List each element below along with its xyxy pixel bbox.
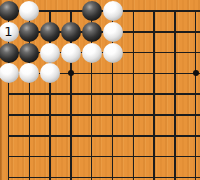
- white-stone: [0, 63, 19, 83]
- white-stone: [61, 43, 81, 63]
- black-stone: [40, 22, 60, 42]
- grid-line-horizontal: [8, 93, 200, 95]
- white-stone: 1: [0, 22, 19, 42]
- white-stone: [82, 43, 102, 63]
- white-stone: [103, 22, 123, 42]
- black-stone: [82, 1, 102, 21]
- black-stone: [19, 22, 39, 42]
- star-point: [193, 70, 199, 76]
- grid-line-horizontal: [8, 177, 200, 179]
- white-stone: [103, 43, 123, 63]
- black-stone: [0, 43, 19, 63]
- white-stone: [40, 63, 60, 83]
- white-stone: [19, 63, 39, 83]
- black-stone: [82, 22, 102, 42]
- grid-line-horizontal: [8, 114, 200, 116]
- grid-line-vertical: [133, 10, 135, 180]
- move-number-label: 1: [4, 25, 12, 38]
- grid-line-vertical: [195, 10, 197, 180]
- white-stone: [19, 1, 39, 21]
- go-board[interactable]: 1: [0, 0, 200, 180]
- black-stone: [19, 43, 39, 63]
- screenshot: 1: [0, 0, 200, 180]
- grid-line-horizontal: [8, 156, 200, 158]
- grid-line-vertical: [174, 10, 176, 180]
- black-stone: [0, 1, 19, 21]
- star-point: [68, 70, 74, 76]
- white-stone: [40, 43, 60, 63]
- grid-line-horizontal: [8, 135, 200, 137]
- white-stone: [103, 1, 123, 21]
- black-stone: [61, 22, 81, 42]
- grid-line-vertical: [153, 10, 155, 180]
